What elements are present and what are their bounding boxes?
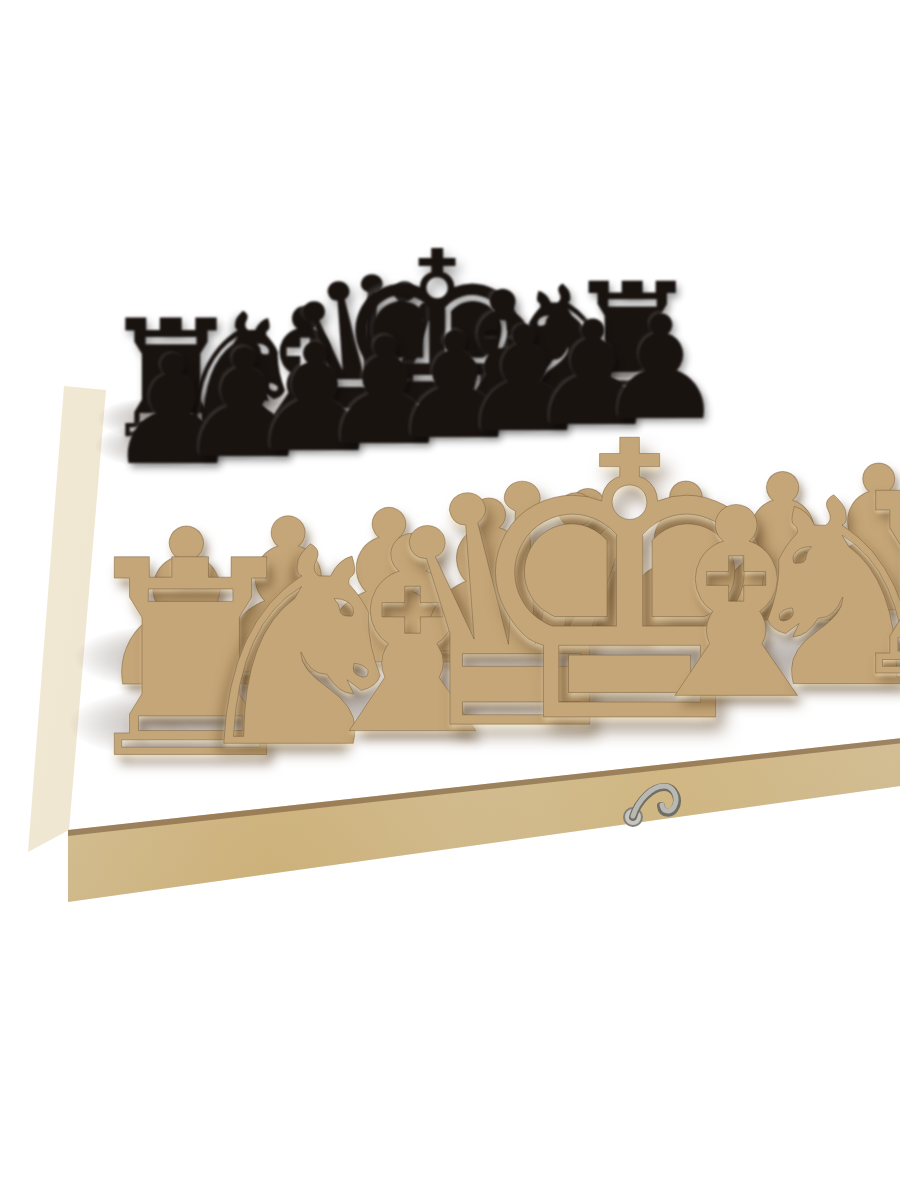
piece-white-pawn-e2: ♟ (495, 465, 681, 673)
square-d7 (344, 397, 429, 431)
square-e1 (556, 620, 709, 696)
square-c2 (331, 585, 453, 652)
square-g7 (547, 379, 642, 411)
square-e8 (397, 367, 479, 397)
rank-label-left-1: 1 (91, 696, 122, 726)
square-d6 (356, 424, 447, 462)
square-h5 (674, 426, 790, 466)
piece-shadow (562, 356, 678, 396)
piece-black-knight-g8: ♞ (496, 266, 639, 425)
square-c8 (268, 378, 344, 409)
piece-white-knight-b1: ♞ (180, 512, 425, 785)
piece-black-pawn-g7: ♟ (528, 302, 658, 447)
board-fold-seam (94, 455, 828, 526)
piece-shadow (166, 391, 287, 433)
square-c6 (284, 430, 371, 468)
square-c7 (276, 403, 357, 437)
rank-label-left-8: 8 (111, 404, 129, 415)
square-h6 (642, 398, 749, 433)
file-label-g: g (870, 677, 900, 714)
square-b8 (203, 384, 276, 415)
rank-label-left-5: 5 (105, 495, 127, 511)
square-h3 (754, 496, 895, 548)
piece-black-rook-h8: ♜ (563, 263, 702, 418)
piece-shadow (95, 424, 224, 469)
piece-shadow (280, 605, 462, 668)
piece-black-pawn-b7: ♟ (177, 331, 311, 481)
piece-white-pawn-f2: ♟ (594, 457, 778, 663)
piece-shadow (300, 379, 419, 420)
square-g8 (525, 356, 614, 385)
square-c3 (316, 538, 427, 595)
piece-black-pawn-e7: ♟ (389, 313, 520, 460)
piece-white-pawn-g2: ♟ (692, 448, 874, 651)
piece-shadow (182, 677, 383, 746)
square-f7 (480, 385, 572, 418)
rank-label-right-6: 6 (727, 405, 764, 415)
file-label-f: f (765, 690, 816, 726)
square-b6 (211, 437, 294, 476)
piece-white-rook-h1: ♜ (834, 460, 900, 711)
latch-hook-icon (600, 775, 700, 835)
piece-white-king-e1: ♚ (458, 394, 801, 777)
piece-shadow (833, 611, 900, 676)
piece-white-pawn-a2: ♟ (89, 500, 283, 716)
square-a5 (136, 476, 220, 521)
box-left-face (0, 0, 900, 1200)
piece-shadow (481, 585, 659, 646)
piece-shadow (98, 397, 220, 439)
piece-white-bishop-f1: ♝ (619, 475, 853, 736)
square-f1 (659, 610, 820, 685)
rank-label-left-3: 3 (99, 580, 125, 602)
square-g5 (599, 433, 711, 474)
piece-shadow (519, 386, 643, 429)
square-b2 (234, 595, 348, 663)
piece-shadow (167, 417, 295, 461)
piece-shadow (309, 405, 436, 449)
square-b5 (215, 469, 304, 513)
square-f2 (617, 557, 761, 620)
rank-label-right-5: 5 (766, 435, 806, 446)
piece-shadow (404, 655, 600, 723)
square-a8 (137, 390, 206, 422)
file-label-c: c (415, 727, 460, 766)
square-g3 (668, 504, 803, 557)
rank-label-right-8: 8 (663, 356, 695, 364)
square-e3 (494, 521, 617, 576)
piece-shadow (678, 566, 852, 626)
piece-shadow (366, 374, 485, 415)
square-e2 (522, 567, 659, 631)
square-h8 (588, 350, 680, 378)
square-a7 (137, 415, 211, 450)
piece-black-pawn-f7: ♟ (459, 308, 589, 454)
piece-shadow (380, 398, 506, 441)
piece-shadow (233, 385, 353, 426)
board-grid (134, 350, 900, 746)
piece-shadow (621, 633, 813, 699)
square-f4 (550, 474, 667, 521)
piece-shadow (293, 666, 492, 734)
rank-label-left-2: 2 (95, 633, 123, 658)
piece-white-knight-g1: ♞ (726, 465, 900, 724)
square-b7 (207, 409, 284, 444)
piece-black-bishop-f8: ♝ (431, 271, 575, 431)
piece-shadow (587, 380, 710, 422)
rank-label-left-6: 6 (108, 461, 129, 475)
piece-shadow (69, 689, 272, 759)
piece-black-queen-d8: ♛ (281, 251, 462, 453)
square-d4 (387, 489, 494, 538)
square-a3 (135, 555, 233, 614)
square-f5 (524, 440, 632, 481)
square-d8 (333, 373, 412, 403)
piece-black-knight-b8: ♞ (164, 291, 312, 456)
piece-black-pawn-h7: ♟ (597, 297, 726, 440)
square-a2 (135, 605, 242, 674)
square-f8 (461, 361, 547, 390)
square-d3 (405, 529, 522, 585)
piece-shadow (432, 368, 550, 409)
rank-label-left-7: 7 (110, 431, 129, 444)
square-a6 (137, 444, 216, 484)
box-front-top-edge (0, 0, 900, 1200)
piece-black-king-e8: ♚ (332, 221, 542, 455)
square-a4 (136, 513, 227, 564)
square-c4 (304, 497, 405, 547)
piece-black-pawn-d7: ♟ (319, 319, 451, 467)
piece-shadow (580, 576, 756, 637)
piece-shadow (513, 644, 707, 711)
piece-white-queen-d1: ♛ (372, 443, 670, 776)
piece-black-pawn-a7: ♟ (105, 336, 240, 487)
piece-black-rook-a8: ♜ (98, 299, 244, 462)
square-d2 (427, 576, 556, 642)
piece-black-bishop-c8: ♝ (232, 286, 379, 450)
rank-label-left-4: 4 (102, 535, 126, 554)
square-b3 (226, 547, 330, 605)
square-e7 (412, 391, 500, 424)
square-g4 (631, 466, 754, 512)
piece-shadow (178, 615, 362, 678)
piece-shadow (381, 595, 561, 657)
square-d1 (453, 631, 597, 709)
square-a1 (134, 663, 252, 746)
square-f6 (500, 411, 599, 448)
rank-label-right-7: 7 (693, 379, 727, 388)
square-d5 (371, 454, 469, 497)
square-c1 (348, 642, 483, 721)
piece-shadow (238, 411, 365, 455)
piece-black-pawn-c7: ♟ (248, 325, 381, 474)
piece-shadow (75, 626, 260, 690)
square-h7 (613, 373, 712, 405)
photo-stage: abcdefgh1122334455667788 ♜♞♝♛♚♝♞♜♟♟♟♟♟♟♟… (0, 0, 900, 1200)
square-e4 (469, 481, 581, 529)
piece-shadow (775, 556, 900, 615)
square-g1 (761, 600, 900, 673)
file-label-a: a (176, 752, 215, 794)
piece-white-pawn-h2: ♟ (788, 440, 900, 641)
square-e5 (447, 447, 550, 489)
square-h2 (803, 539, 900, 600)
square-g2 (710, 548, 861, 610)
piece-white-pawn-b2: ♟ (192, 491, 384, 705)
piece-shadow (497, 362, 614, 402)
square-b1 (242, 652, 368, 733)
piece-white-pawn-d2: ♟ (395, 474, 583, 684)
square-h4 (711, 459, 839, 504)
square-f3 (581, 512, 710, 566)
rank-label-right-4: 4 (810, 468, 854, 481)
square-c5 (293, 461, 387, 504)
piece-shadow (728, 622, 900, 687)
file-label-e: e (645, 702, 704, 740)
square-g6 (571, 404, 674, 440)
piece-white-bishop-c1: ♝ (291, 503, 533, 773)
rank-label-right-3: 3 (861, 507, 900, 522)
piece-shadow (449, 392, 574, 435)
piece-white-pawn-c2: ♟ (294, 483, 484, 695)
square-b4 (220, 505, 316, 555)
file-label-d: d (529, 714, 585, 753)
piece-white-rook-a1: ♜ (69, 526, 312, 797)
file-label-b: b (294, 739, 341, 780)
pieces-layer: ♜♞♝♛♚♝♞♜♟♟♟♟♟♟♟♟♟♟♟♟♟♟♟♟♜♞♝♛♚♝♞♜ (0, 0, 900, 1200)
square-e6 (429, 417, 524, 454)
box-front-face (0, 0, 900, 1200)
square-h1 (861, 589, 900, 661)
